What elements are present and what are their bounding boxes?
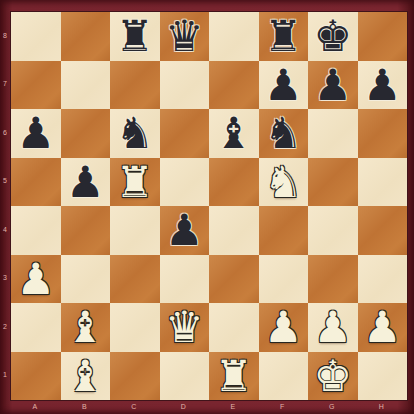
white-king[interactable]: ♚	[313, 352, 352, 400]
square-c5[interactable]: ♜	[110, 158, 160, 207]
square-d7[interactable]	[160, 61, 210, 110]
square-e6[interactable]: ♝	[209, 109, 259, 158]
file-label-h: H	[357, 399, 407, 413]
square-f6[interactable]: ♞	[259, 109, 309, 158]
black-bishop[interactable]: ♝	[214, 109, 253, 157]
square-g3[interactable]	[308, 255, 358, 304]
black-rook[interactable]: ♜	[264, 12, 303, 60]
square-e1[interactable]: ♜	[209, 352, 259, 401]
square-e8[interactable]	[209, 12, 259, 61]
white-pawn[interactable]: ♟	[363, 303, 402, 351]
square-g4[interactable]	[308, 206, 358, 255]
chess-board: ♜♛♜♚♟♟♟♟♞♝♞♟♜♞♟♟♝♛♟♟♟♝♜♚	[10, 11, 408, 401]
square-a2[interactable]	[11, 303, 61, 352]
black-knight[interactable]: ♞	[115, 109, 154, 157]
square-h1[interactable]	[358, 352, 408, 401]
white-rook[interactable]: ♜	[214, 352, 253, 400]
square-b4[interactable]	[61, 206, 111, 255]
black-pawn[interactable]: ♟	[165, 206, 204, 254]
square-e4[interactable]	[209, 206, 259, 255]
square-f2[interactable]: ♟	[259, 303, 309, 352]
file-label-b: B	[60, 399, 110, 413]
rank-label-1: 1	[0, 351, 10, 400]
square-h4[interactable]	[358, 206, 408, 255]
white-bishop[interactable]: ♝	[66, 352, 105, 400]
square-d8[interactable]: ♛	[160, 12, 210, 61]
file-label-d: D	[159, 399, 209, 413]
square-h8[interactable]	[358, 12, 408, 61]
chess-board-frame: 87654321 ♜♛♜♚♟♟♟♟♞♝♞♟♜♞♟♟♝♛♟♟♟♝♜♚ ABCDEF…	[0, 0, 414, 414]
square-d3[interactable]	[160, 255, 210, 304]
square-c2[interactable]	[110, 303, 160, 352]
square-g5[interactable]	[308, 158, 358, 207]
black-pawn[interactable]: ♟	[313, 61, 352, 109]
rank-label-6: 6	[0, 108, 10, 157]
square-e3[interactable]	[209, 255, 259, 304]
rank-label-8: 8	[0, 11, 10, 60]
rank-label-5: 5	[0, 157, 10, 206]
black-knight[interactable]: ♞	[264, 109, 303, 157]
square-c3[interactable]	[110, 255, 160, 304]
square-d4[interactable]: ♟	[160, 206, 210, 255]
square-a6[interactable]: ♟	[11, 109, 61, 158]
square-c7[interactable]	[110, 61, 160, 110]
square-a3[interactable]: ♟	[11, 255, 61, 304]
black-queen[interactable]: ♛	[165, 12, 204, 60]
white-pawn[interactable]: ♟	[313, 303, 352, 351]
square-b7[interactable]	[61, 61, 111, 110]
file-label-a: A	[10, 399, 60, 413]
square-d1[interactable]	[160, 352, 210, 401]
square-f4[interactable]	[259, 206, 309, 255]
rank-label-7: 7	[0, 60, 10, 109]
file-label-f: F	[258, 399, 308, 413]
square-g8[interactable]: ♚	[308, 12, 358, 61]
white-rook[interactable]: ♜	[115, 158, 154, 206]
white-pawn[interactable]: ♟	[16, 255, 55, 303]
white-queen[interactable]: ♛	[165, 303, 204, 351]
square-h6[interactable]	[358, 109, 408, 158]
square-a1[interactable]	[11, 352, 61, 401]
square-g2[interactable]: ♟	[308, 303, 358, 352]
file-labels: ABCDEFGH	[10, 399, 406, 413]
square-h3[interactable]	[358, 255, 408, 304]
file-label-g: G	[307, 399, 357, 413]
file-label-e: E	[208, 399, 258, 413]
square-b3[interactable]	[61, 255, 111, 304]
black-pawn[interactable]: ♟	[16, 109, 55, 157]
square-e5[interactable]	[209, 158, 259, 207]
black-pawn[interactable]: ♟	[264, 61, 303, 109]
square-g1[interactable]: ♚	[308, 352, 358, 401]
square-a7[interactable]	[11, 61, 61, 110]
square-f1[interactable]	[259, 352, 309, 401]
white-bishop[interactable]: ♝	[66, 303, 105, 351]
file-label-c: C	[109, 399, 159, 413]
square-e7[interactable]	[209, 61, 259, 110]
square-b8[interactable]	[61, 12, 111, 61]
square-b1[interactable]: ♝	[61, 352, 111, 401]
square-c8[interactable]: ♜	[110, 12, 160, 61]
square-b6[interactable]	[61, 109, 111, 158]
square-g6[interactable]	[308, 109, 358, 158]
square-h2[interactable]: ♟	[358, 303, 408, 352]
square-a8[interactable]	[11, 12, 61, 61]
square-c6[interactable]: ♞	[110, 109, 160, 158]
square-d6[interactable]	[160, 109, 210, 158]
square-d2[interactable]: ♛	[160, 303, 210, 352]
white-knight[interactable]: ♞	[264, 158, 303, 206]
square-g7[interactable]: ♟	[308, 61, 358, 110]
rank-label-2: 2	[0, 302, 10, 351]
square-b2[interactable]: ♝	[61, 303, 111, 352]
square-b5[interactable]: ♟	[61, 158, 111, 207]
rank-labels: 87654321	[0, 11, 10, 399]
square-a5[interactable]	[11, 158, 61, 207]
black-pawn[interactable]: ♟	[66, 158, 105, 206]
square-c4[interactable]	[110, 206, 160, 255]
square-h7[interactable]: ♟	[358, 61, 408, 110]
rank-label-3: 3	[0, 254, 10, 303]
square-a4[interactable]	[11, 206, 61, 255]
black-king[interactable]: ♚	[313, 12, 352, 60]
black-rook[interactable]: ♜	[115, 12, 154, 60]
square-f3[interactable]	[259, 255, 309, 304]
square-d5[interactable]	[160, 158, 210, 207]
white-pawn[interactable]: ♟	[264, 303, 303, 351]
square-h5[interactable]	[358, 158, 408, 207]
rank-label-4: 4	[0, 205, 10, 254]
square-f7[interactable]: ♟	[259, 61, 309, 110]
black-pawn[interactable]: ♟	[363, 61, 402, 109]
square-f8[interactable]: ♜	[259, 12, 309, 61]
square-e2[interactable]	[209, 303, 259, 352]
square-f5[interactable]: ♞	[259, 158, 309, 207]
square-c1[interactable]	[110, 352, 160, 401]
